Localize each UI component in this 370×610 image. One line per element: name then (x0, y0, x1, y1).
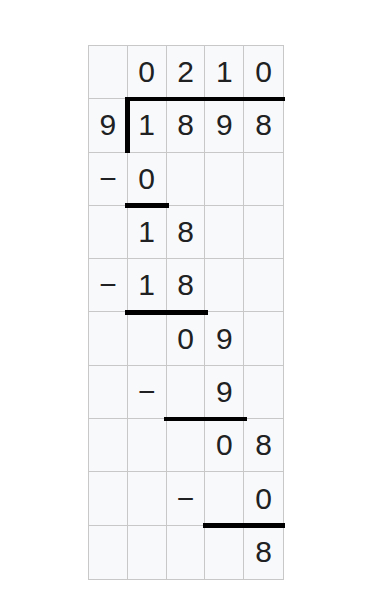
cell-r7c5 (244, 366, 283, 419)
subtraction-underline-step1 (125, 203, 169, 208)
cell-r8c3 (167, 419, 206, 472)
cell-r10c1 (89, 526, 128, 579)
cell-r10c2 (128, 526, 167, 579)
cell-r4c4 (205, 206, 244, 259)
page: 021091898−018−1809−908−08 (0, 0, 370, 610)
cell-r8c5: 8 (244, 419, 283, 472)
cell-r9c2 (128, 472, 167, 525)
cell-r2c3: 8 (167, 99, 206, 152)
cell-r1c2: 0 (128, 46, 167, 99)
cell-r7c1 (89, 366, 128, 419)
cell-r1c4: 1 (205, 46, 244, 99)
division-bracket-horizontal-line (125, 97, 285, 102)
cell-r6c4: 9 (205, 312, 244, 365)
cell-r3c1: − (89, 153, 128, 206)
cell-r1c3: 2 (167, 46, 206, 99)
cell-r3c4 (205, 153, 244, 206)
cell-r2c2: 1 (128, 99, 167, 152)
cell-r6c1 (89, 312, 128, 365)
cell-r1c1 (89, 46, 128, 99)
cell-r5c2: 1 (128, 259, 167, 312)
cell-r9c1 (89, 472, 128, 525)
cell-r10c3 (167, 526, 206, 579)
cell-r10c5: 8 (244, 526, 283, 579)
division-bracket-vertical-line (125, 97, 130, 153)
cell-r8c2 (128, 419, 167, 472)
cell-r9c5: 0 (244, 472, 283, 525)
cell-r10c4 (205, 526, 244, 579)
cell-r9c4 (205, 472, 244, 525)
cell-r8c1 (89, 419, 128, 472)
subtraction-underline-step3 (164, 417, 247, 422)
subtraction-underline-step4 (203, 523, 286, 528)
cell-r2c5: 8 (244, 99, 283, 152)
cell-r5c3: 8 (167, 259, 206, 312)
subtraction-underline-step2 (125, 310, 208, 315)
cell-r7c3 (167, 366, 206, 419)
cell-r4c3: 8 (167, 206, 206, 259)
cell-r8c4: 0 (205, 419, 244, 472)
cell-r6c3: 0 (167, 312, 206, 365)
cell-r4c5 (244, 206, 283, 259)
cell-r4c2: 1 (128, 206, 167, 259)
cell-r1c5: 0 (244, 46, 283, 99)
cell-r3c2: 0 (128, 153, 167, 206)
cell-r2c4: 9 (205, 99, 244, 152)
cell-r3c5 (244, 153, 283, 206)
cell-r4c1 (89, 206, 128, 259)
long-division-grid: 021091898−018−1809−908−08 (88, 45, 284, 580)
cell-r2c1: 9 (89, 99, 128, 152)
cell-r6c2 (128, 312, 167, 365)
cell-r5c5 (244, 259, 283, 312)
cell-r9c3: − (167, 472, 206, 525)
cell-r5c4 (205, 259, 244, 312)
cell-r7c2: − (128, 366, 167, 419)
cell-r5c1: − (89, 259, 128, 312)
cell-r3c3 (167, 153, 206, 206)
cell-r7c4: 9 (205, 366, 244, 419)
cell-r6c5 (244, 312, 283, 365)
